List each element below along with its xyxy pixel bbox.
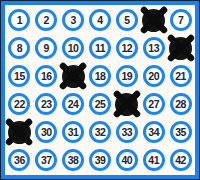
number-cell-34[interactable]: 34 xyxy=(140,118,167,146)
number-circle: 5 xyxy=(116,9,138,31)
number-circle: 38 xyxy=(62,149,84,171)
number-cell-19[interactable]: 19 xyxy=(113,62,140,90)
number-circle: 37 xyxy=(35,149,57,171)
number-circle: 9 xyxy=(35,37,57,59)
number-circle: 23 xyxy=(35,93,57,115)
number-circle: 7 xyxy=(170,9,192,31)
number-cell-40[interactable]: 40 xyxy=(113,146,140,174)
number-cell-11[interactable]: 11 xyxy=(87,34,114,62)
number-circle: 21 xyxy=(170,65,192,87)
number-circle: 35 xyxy=(170,121,192,143)
number-circle: 28 xyxy=(170,93,192,115)
number-cell-4[interactable]: 4 xyxy=(87,6,114,34)
number-circle: 8 xyxy=(8,37,30,59)
number-circle: 30 xyxy=(35,121,57,143)
number-cell-37[interactable]: 37 xyxy=(33,146,60,174)
number-cell-23[interactable]: 23 xyxy=(33,90,60,118)
number-circle: 34 xyxy=(143,121,165,143)
lotto-play-slip: 1234578910111213151618192021222324252728… xyxy=(0,0,200,180)
number-cell-5[interactable]: 5 xyxy=(113,6,140,34)
number-circle: 22 xyxy=(8,93,30,115)
crossed-number-cell-29[interactable] xyxy=(6,118,33,146)
number-circle: 3 xyxy=(62,9,84,31)
number-circle: 24 xyxy=(62,93,84,115)
number-cell-41[interactable]: 41 xyxy=(140,146,167,174)
cross-icon xyxy=(5,118,34,147)
number-cell-27[interactable]: 27 xyxy=(140,90,167,118)
number-circle: 18 xyxy=(89,65,111,87)
number-cell-31[interactable]: 31 xyxy=(60,118,87,146)
number-circle: 27 xyxy=(143,93,165,115)
number-cell-7[interactable]: 7 xyxy=(167,6,194,34)
number-cell-24[interactable]: 24 xyxy=(60,90,87,118)
number-cell-22[interactable]: 22 xyxy=(6,90,33,118)
number-cell-39[interactable]: 39 xyxy=(87,146,114,174)
number-cell-1[interactable]: 1 xyxy=(6,6,33,34)
crossed-number-cell-14[interactable] xyxy=(167,34,194,62)
number-circle: 42 xyxy=(170,149,192,171)
number-circle: 4 xyxy=(89,9,111,31)
number-circle: 33 xyxy=(116,121,138,143)
number-cell-15[interactable]: 15 xyxy=(6,62,33,90)
crossed-number-cell-6[interactable] xyxy=(140,6,167,34)
number-cell-10[interactable]: 10 xyxy=(60,34,87,62)
crossed-number-cell-17[interactable] xyxy=(60,62,87,90)
number-cell-3[interactable]: 3 xyxy=(60,6,87,34)
number-circle: 20 xyxy=(143,65,165,87)
crossed-number-cell-26[interactable] xyxy=(113,90,140,118)
number-cell-36[interactable]: 36 xyxy=(6,146,33,174)
number-circle: 39 xyxy=(89,149,111,171)
number-circle: 13 xyxy=(143,37,165,59)
number-cell-25[interactable]: 25 xyxy=(87,90,114,118)
number-circle: 25 xyxy=(89,93,111,115)
number-cell-33[interactable]: 33 xyxy=(113,118,140,146)
number-cell-42[interactable]: 42 xyxy=(167,146,194,174)
cross-icon xyxy=(59,62,88,91)
number-cell-13[interactable]: 13 xyxy=(140,34,167,62)
number-cell-12[interactable]: 12 xyxy=(113,34,140,62)
number-cell-32[interactable]: 32 xyxy=(87,118,114,146)
number-circle: 19 xyxy=(116,65,138,87)
number-cell-21[interactable]: 21 xyxy=(167,62,194,90)
number-cell-2[interactable]: 2 xyxy=(33,6,60,34)
number-circle: 16 xyxy=(35,65,57,87)
number-cell-30[interactable]: 30 xyxy=(33,118,60,146)
number-cell-8[interactable]: 8 xyxy=(6,34,33,62)
number-cell-9[interactable]: 9 xyxy=(33,34,60,62)
number-cell-18[interactable]: 18 xyxy=(87,62,114,90)
number-grid: 1234578910111213151618192021222324252728… xyxy=(5,5,195,175)
number-circle: 1 xyxy=(8,9,30,31)
number-circle: 32 xyxy=(89,121,111,143)
number-cell-28[interactable]: 28 xyxy=(167,90,194,118)
number-circle: 40 xyxy=(116,149,138,171)
number-circle: 10 xyxy=(62,37,84,59)
number-circle: 11 xyxy=(89,37,111,59)
cross-icon xyxy=(166,34,195,63)
number-circle: 36 xyxy=(8,149,30,171)
number-cell-20[interactable]: 20 xyxy=(140,62,167,90)
number-circle: 15 xyxy=(8,65,30,87)
number-circle: 41 xyxy=(143,149,165,171)
number-cell-16[interactable]: 16 xyxy=(33,62,60,90)
cross-icon xyxy=(112,90,141,119)
number-circle: 12 xyxy=(116,37,138,59)
cross-icon xyxy=(139,6,168,35)
number-circle: 31 xyxy=(62,121,84,143)
number-circle: 2 xyxy=(35,9,57,31)
number-cell-38[interactable]: 38 xyxy=(60,146,87,174)
number-cell-35[interactable]: 35 xyxy=(167,118,194,146)
